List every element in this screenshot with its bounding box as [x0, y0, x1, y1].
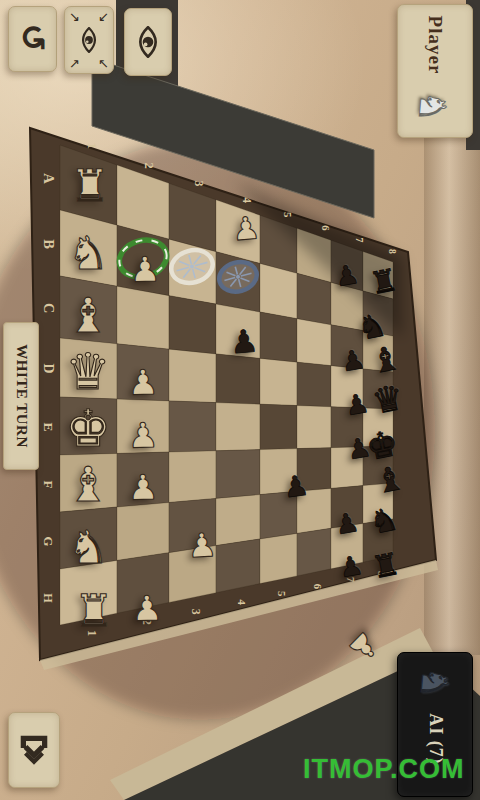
app-screen: { "game": "chess", "app_watermark": "ITM…: [0, 0, 480, 800]
square-f8[interactable]: [363, 446, 393, 486]
square-c4[interactable]: [216, 304, 260, 358]
eye-icon: [137, 26, 159, 58]
watermark: ITMOP.COM: [303, 754, 480, 785]
square-g8[interactable]: [363, 483, 393, 524]
square-c8[interactable]: [363, 331, 393, 372]
square-h7[interactable]: [331, 524, 363, 569]
square-h8[interactable]: [363, 519, 393, 562]
square-g5[interactable]: [260, 491, 297, 539]
square-e3[interactable]: [169, 401, 216, 452]
square-c5[interactable]: [260, 312, 297, 362]
square-d5[interactable]: [260, 358, 297, 405]
square-f4[interactable]: [216, 450, 260, 499]
rank-label-bottom-3: 3: [189, 609, 202, 615]
eye-button[interactable]: [124, 8, 172, 76]
rank-label-top-7: 7: [354, 238, 365, 243]
rank-label-top-4: 4: [241, 197, 253, 203]
file-label-b: B: [41, 239, 57, 249]
square-g1[interactable]: [60, 507, 117, 569]
square-e1[interactable]: [60, 397, 117, 455]
black-knight-icon: ♞: [415, 665, 454, 700]
square-d1[interactable]: [60, 338, 117, 399]
square-c3[interactable]: [169, 296, 216, 354]
undo-icon: ↺: [13, 23, 53, 52]
square-d6[interactable]: [297, 362, 331, 407]
square-e2[interactable]: [117, 399, 169, 453]
file-label-c: C: [41, 303, 57, 313]
file-label-e: E: [41, 423, 56, 432]
player-label: Player: [424, 16, 446, 75]
turn-label: WHITE TURN: [13, 344, 30, 448]
square-d7[interactable]: [331, 366, 363, 408]
square-f6[interactable]: [297, 448, 331, 492]
square-e5[interactable]: [260, 404, 297, 449]
rank-label-top-3: 3: [192, 180, 206, 186]
square-b6[interactable]: [297, 273, 331, 324]
rank-label-top-5: 5: [282, 212, 294, 218]
square-g7[interactable]: [331, 486, 363, 529]
square-g2[interactable]: [117, 503, 169, 561]
white-knight-icon: ♞: [413, 89, 452, 124]
turn-indicator: WHITE TURN: [3, 322, 39, 470]
square-e6[interactable]: [297, 406, 331, 449]
square-g6[interactable]: [297, 488, 331, 533]
file-label-g: G: [41, 537, 55, 547]
square-h2[interactable]: [117, 553, 169, 614]
square-g3[interactable]: [169, 498, 216, 552]
forward-button[interactable]: [8, 712, 60, 788]
square-f5[interactable]: [260, 449, 297, 495]
rank-label-top-1: 1: [85, 143, 100, 150]
rank-label-bottom-7: 7: [345, 577, 356, 582]
undo-button[interactable]: ↺: [8, 6, 57, 72]
rank-label-bottom-5: 5: [276, 591, 288, 597]
file-label-a: A: [41, 173, 57, 184]
rank-label-bottom-8: 8: [376, 571, 387, 576]
fit-view-button[interactable]: ↘ ↙ ↗ ↖: [64, 6, 114, 74]
square-d8[interactable]: [363, 369, 393, 409]
square-g4[interactable]: [216, 495, 260, 546]
forward-icon: [17, 733, 51, 767]
square-c6[interactable]: [297, 319, 331, 366]
rank-label-bottom-4: 4: [236, 599, 248, 605]
square-d4[interactable]: [216, 354, 260, 404]
square-d3[interactable]: [169, 349, 216, 402]
square-e8[interactable]: [363, 408, 393, 447]
square-c2[interactable]: [117, 286, 169, 349]
file-label-d: D: [41, 364, 56, 374]
file-label-f: F: [41, 481, 56, 489]
square-h3[interactable]: [169, 546, 216, 603]
square-b5[interactable]: [260, 263, 297, 318]
square-e4[interactable]: [216, 403, 260, 451]
square-e7[interactable]: [331, 407, 363, 448]
square-f2[interactable]: [117, 452, 169, 507]
square-h5[interactable]: [260, 533, 297, 583]
rank-label-bottom-6: 6: [312, 584, 323, 589]
rank-label-bottom-1: 1: [85, 630, 99, 636]
square-h6[interactable]: [297, 528, 331, 576]
file-label-h: H: [41, 593, 55, 603]
square-c7[interactable]: [331, 325, 363, 369]
rank-label-top-8: 8: [387, 249, 397, 254]
player-card: Player ♞: [397, 4, 473, 138]
rank-label-bottom-2: 2: [140, 619, 154, 625]
square-c1[interactable]: [60, 276, 117, 344]
square-f7[interactable]: [331, 447, 363, 489]
square-f1[interactable]: [60, 453, 117, 512]
square-d2[interactable]: [117, 344, 169, 401]
rank-label-top-6: 6: [320, 225, 331, 230]
square-h4[interactable]: [216, 539, 260, 593]
square-f3[interactable]: [169, 451, 216, 503]
rank-label-top-2: 2: [142, 163, 156, 169]
